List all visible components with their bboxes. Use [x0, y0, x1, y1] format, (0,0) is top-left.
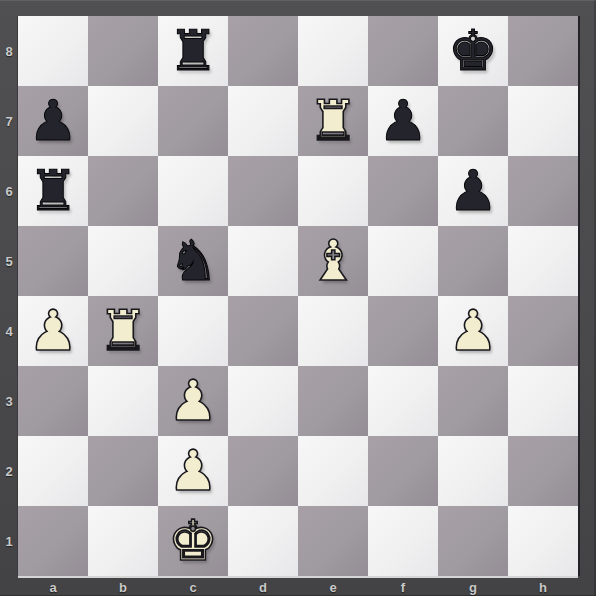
piece-white-pawn[interactable]: ♟ [168, 436, 218, 506]
square-a7[interactable]: ♟ [18, 86, 88, 156]
square-d5[interactable] [228, 226, 298, 296]
square-b3[interactable] [88, 366, 158, 436]
square-h8[interactable] [508, 16, 578, 86]
rank-label-2: 2 [0, 436, 18, 506]
square-h5[interactable] [508, 226, 578, 296]
square-a2[interactable] [18, 436, 88, 506]
file-label-c: c [158, 579, 228, 596]
square-g6[interactable]: ♟ [438, 156, 508, 226]
square-e4[interactable] [298, 296, 368, 366]
square-h2[interactable] [508, 436, 578, 506]
piece-white-bishop[interactable]: ♝ [308, 226, 358, 296]
file-label-f: f [368, 579, 438, 596]
piece-white-king[interactable]: ♚ [168, 506, 218, 576]
square-f5[interactable] [368, 226, 438, 296]
square-c2[interactable]: ♟ [158, 436, 228, 506]
file-label-e: e [298, 579, 368, 596]
square-e3[interactable] [298, 366, 368, 436]
chess-board-frame: ♜♚♟♜♟♜♟♞♝♟♜♟♟♟♚ 87654321 abcdefgh [0, 0, 596, 596]
square-e7[interactable]: ♜ [298, 86, 368, 156]
square-f2[interactable] [368, 436, 438, 506]
piece-white-rook[interactable]: ♜ [98, 296, 148, 366]
rank-label-8: 8 [0, 16, 18, 86]
square-a5[interactable] [18, 226, 88, 296]
square-e1[interactable] [298, 506, 368, 576]
piece-black-rook[interactable]: ♜ [168, 16, 218, 86]
square-g2[interactable] [438, 436, 508, 506]
square-e6[interactable] [298, 156, 368, 226]
square-c1[interactable]: ♚ [158, 506, 228, 576]
piece-white-rook[interactable]: ♜ [308, 86, 358, 156]
square-h6[interactable] [508, 156, 578, 226]
square-g3[interactable] [438, 366, 508, 436]
square-a4[interactable]: ♟ [18, 296, 88, 366]
square-c8[interactable]: ♜ [158, 16, 228, 86]
square-f4[interactable] [368, 296, 438, 366]
rank-label-6: 6 [0, 156, 18, 226]
square-c3[interactable]: ♟ [158, 366, 228, 436]
square-b8[interactable] [88, 16, 158, 86]
square-c6[interactable] [158, 156, 228, 226]
piece-black-pawn[interactable]: ♟ [448, 156, 498, 226]
piece-black-pawn[interactable]: ♟ [378, 86, 428, 156]
square-g7[interactable] [438, 86, 508, 156]
square-h7[interactable] [508, 86, 578, 156]
file-label-h: h [508, 579, 578, 596]
square-a6[interactable]: ♜ [18, 156, 88, 226]
square-g8[interactable]: ♚ [438, 16, 508, 86]
square-e5[interactable]: ♝ [298, 226, 368, 296]
square-b5[interactable] [88, 226, 158, 296]
square-b2[interactable] [88, 436, 158, 506]
rank-label-1: 1 [0, 506, 18, 576]
square-e2[interactable] [298, 436, 368, 506]
square-d3[interactable] [228, 366, 298, 436]
rank-label-4: 4 [0, 296, 18, 366]
square-d8[interactable] [228, 16, 298, 86]
square-c4[interactable] [158, 296, 228, 366]
square-f6[interactable] [368, 156, 438, 226]
piece-white-pawn[interactable]: ♟ [28, 296, 78, 366]
square-f7[interactable]: ♟ [368, 86, 438, 156]
square-h4[interactable] [508, 296, 578, 366]
piece-white-pawn[interactable]: ♟ [168, 366, 218, 436]
chess-board: ♜♚♟♜♟♜♟♞♝♟♜♟♟♟♚ [18, 16, 578, 576]
file-label-d: d [228, 579, 298, 596]
piece-white-pawn[interactable]: ♟ [448, 296, 498, 366]
rank-label-3: 3 [0, 366, 18, 436]
square-e8[interactable] [298, 16, 368, 86]
square-h1[interactable] [508, 506, 578, 576]
square-f8[interactable] [368, 16, 438, 86]
square-c5[interactable]: ♞ [158, 226, 228, 296]
piece-black-king[interactable]: ♚ [448, 16, 498, 86]
file-label-b: b [88, 579, 158, 596]
file-label-a: a [18, 579, 88, 596]
square-d6[interactable] [228, 156, 298, 226]
square-b4[interactable]: ♜ [88, 296, 158, 366]
square-c7[interactable] [158, 86, 228, 156]
square-a8[interactable] [18, 16, 88, 86]
rank-label-7: 7 [0, 86, 18, 156]
square-g1[interactable] [438, 506, 508, 576]
square-f1[interactable] [368, 506, 438, 576]
square-g5[interactable] [438, 226, 508, 296]
square-b6[interactable] [88, 156, 158, 226]
square-d1[interactable] [228, 506, 298, 576]
square-f3[interactable] [368, 366, 438, 436]
square-b1[interactable] [88, 506, 158, 576]
piece-black-knight[interactable]: ♞ [168, 226, 218, 296]
file-label-g: g [438, 579, 508, 596]
piece-black-pawn[interactable]: ♟ [28, 86, 78, 156]
square-a3[interactable] [18, 366, 88, 436]
piece-black-rook[interactable]: ♜ [28, 156, 78, 226]
square-d7[interactable] [228, 86, 298, 156]
square-h3[interactable] [508, 366, 578, 436]
square-d4[interactable] [228, 296, 298, 366]
square-b7[interactable] [88, 86, 158, 156]
square-d2[interactable] [228, 436, 298, 506]
square-g4[interactable]: ♟ [438, 296, 508, 366]
square-a1[interactable] [18, 506, 88, 576]
rank-label-5: 5 [0, 226, 18, 296]
